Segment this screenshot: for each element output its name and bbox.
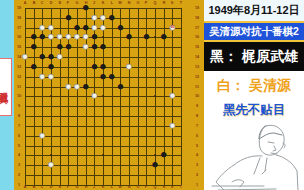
grid-line-h: [25, 106, 181, 107]
white-stone: ●: [22, 51, 29, 62]
row-label: 5: [18, 144, 20, 148]
column-label: T: [180, 185, 182, 189]
grid-line-h: [25, 136, 181, 137]
row-label: 4: [18, 154, 20, 158]
row-label: 9: [196, 104, 198, 108]
go-board[interactable]: AA1919BB1818CC1717DD1616EE1515FF1414GG13…: [14, 0, 204, 190]
row-label: 8: [196, 114, 198, 118]
black-stone: ●: [152, 160, 159, 171]
row-label: 11: [17, 85, 21, 89]
black-stone: ●: [100, 42, 107, 53]
grid-line-v: [138, 8, 139, 185]
row-label: 18: [195, 16, 199, 20]
row-label: 10: [195, 95, 199, 99]
column-label: K: [102, 1, 105, 5]
row-label: 10: [17, 95, 21, 99]
row-label: 8: [18, 114, 20, 118]
thumbnail: 明月棋具 AA1919BB1818CC1717DD1616EE1515FF141…: [0, 0, 304, 190]
black-player-label: 黑： 梶原武雄: [204, 42, 304, 71]
black-stone: ●: [39, 51, 46, 62]
row-label: 16: [17, 36, 21, 40]
left-strip: 明月棋具: [0, 0, 14, 190]
star-point: [154, 36, 156, 38]
white-stone: ●: [48, 71, 55, 82]
black-stone: ●: [82, 2, 89, 13]
white-stone: ●: [91, 91, 98, 102]
black-stone: ●: [65, 42, 72, 53]
column-label: R: [162, 1, 165, 5]
black-stone: ●: [82, 81, 89, 92]
black-stone: ●: [117, 81, 124, 92]
row-label: 9: [18, 104, 20, 108]
black-stone: ●: [30, 42, 37, 53]
white-stone: ●: [74, 81, 81, 92]
black-stone: ●: [117, 22, 124, 33]
row-label: 2: [196, 173, 198, 177]
star-point: [154, 154, 156, 156]
komi-rule-label: 黑先不贴目: [204, 100, 304, 120]
info-panel: 1949年8月11-12日 吴清源对抗十番棋2 黑： 梶原武雄 白： 吴清源 黑…: [204, 0, 304, 190]
grid-line-h: [25, 175, 181, 176]
row-label: 15: [17, 45, 21, 49]
white-stone: ●: [169, 91, 176, 102]
row-label: 13: [195, 65, 199, 69]
star-point: [102, 36, 104, 38]
black-stone: ●: [108, 71, 115, 82]
star-point: [154, 95, 156, 97]
white-stone: ●: [100, 22, 107, 33]
row-label: 13: [17, 65, 21, 69]
white-stone: ●60: [169, 22, 176, 33]
white-stone: ●: [48, 160, 55, 171]
black-stone: ●: [65, 12, 72, 23]
row-label: 12: [17, 75, 21, 79]
column-label: L: [111, 1, 113, 5]
watermark-box: 明月棋具: [0, 58, 12, 116]
black-stone: ●: [160, 150, 167, 161]
column-label: B: [32, 1, 35, 5]
row-label: 3: [196, 163, 198, 167]
column-label: P: [145, 1, 147, 5]
move-number-marker: 60: [171, 24, 175, 30]
column-label: S: [171, 1, 173, 5]
grid-line-h: [25, 116, 181, 117]
row-label: 1: [18, 183, 20, 187]
grid-line-v: [120, 8, 121, 185]
grid-line-h: [25, 146, 181, 147]
row-label: 7: [18, 124, 20, 128]
row-label: 16: [195, 36, 199, 40]
column-label: A: [24, 1, 27, 5]
row-label: 17: [195, 26, 199, 30]
row-label: 6: [18, 134, 20, 138]
row-label: 18: [17, 16, 21, 20]
black-stone: ●: [91, 42, 98, 53]
black-stone: ●: [126, 32, 133, 43]
column-label: F: [67, 1, 69, 5]
row-label: 19: [17, 6, 21, 10]
grid-line-h: [25, 185, 181, 186]
row-label: 1: [196, 183, 198, 187]
black-stone: ●: [100, 71, 107, 82]
row-label: 11: [195, 85, 199, 89]
star-point: [50, 154, 52, 156]
black-stone: ●: [30, 61, 37, 72]
row-label: 7: [196, 124, 198, 128]
white-stone: ●: [39, 71, 46, 82]
row-label: 14: [17, 55, 21, 59]
row-label: 6: [196, 134, 198, 138]
white-stone: ●: [126, 61, 133, 72]
grid-line-v: [181, 8, 182, 185]
white-stone: ●: [39, 130, 46, 141]
row-label: 19: [195, 6, 199, 10]
white-stone: ●: [82, 42, 89, 53]
white-stone: ●: [65, 81, 72, 92]
column-label: N: [128, 1, 131, 5]
player-portrait-sketch: [204, 120, 304, 190]
black-stone: ●: [39, 32, 46, 43]
column-label: Q: [154, 1, 157, 5]
column-label: T: [180, 1, 182, 5]
column-label: O: [136, 1, 139, 5]
white-stone: ●: [169, 120, 176, 131]
star-point: [50, 95, 52, 97]
black-stone: ●: [91, 61, 98, 72]
white-stone: ●: [56, 51, 63, 62]
black-stone: ●: [108, 12, 115, 23]
column-label: E: [58, 1, 60, 5]
white-stone: ●: [48, 32, 55, 43]
grid-line-v: [112, 8, 113, 185]
star-point: [102, 154, 104, 156]
row-label: 14: [195, 55, 199, 59]
column-label: J: [93, 1, 95, 5]
row-label: 12: [195, 75, 199, 79]
row-label: 4: [196, 154, 198, 158]
game-date: 1949年8月11-12日: [204, 0, 304, 21]
row-label: 2: [18, 173, 20, 177]
row-label: 17: [17, 26, 21, 30]
row-label: 15: [195, 45, 199, 49]
row-label: 3: [18, 163, 20, 167]
portrait-line-drawing: [204, 120, 304, 190]
black-stone: ●: [143, 32, 150, 43]
grid-line-h: [25, 126, 181, 127]
column-label: C: [41, 1, 44, 5]
black-stone: ●: [160, 32, 167, 43]
match-title: 吴清源对抗十番棋2: [204, 21, 304, 42]
watermark-text: 明月棋具: [0, 85, 10, 89]
column-label: G: [76, 1, 79, 5]
star-point: [102, 95, 104, 97]
white-player-label: 白： 吴清源: [204, 71, 304, 100]
row-label: 5: [196, 144, 198, 148]
white-stone: ●: [74, 32, 81, 43]
column-label: D: [50, 1, 53, 5]
column-label: M: [119, 1, 122, 5]
